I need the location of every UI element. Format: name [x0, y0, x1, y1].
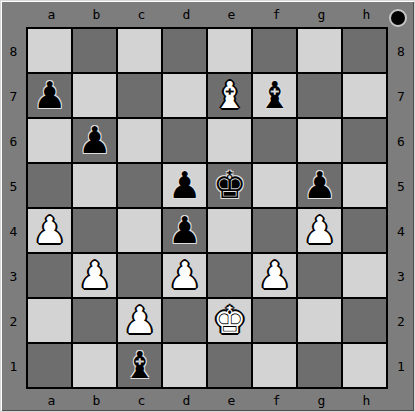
square-d2[interactable] [163, 299, 206, 342]
square-a4[interactable]: ♟ [28, 209, 71, 252]
square-h8[interactable] [343, 29, 386, 72]
piece-black-pawn[interactable]: ♟ [78, 119, 111, 162]
square-e8[interactable] [208, 29, 251, 72]
file-label-bottom-g: g [299, 394, 344, 407]
square-a7[interactable]: ♟ [28, 74, 71, 117]
square-e1[interactable] [208, 344, 251, 387]
square-d3[interactable]: ♟ [163, 254, 206, 297]
chess-diagram-window: abcdefgh 87654321 ♟♝♝♟♟♚♟♟♟♟♟♟♟♟♚♝ 87654… [0, 0, 415, 412]
black-to-move-indicator-icon [389, 9, 407, 27]
piece-black-bishop[interactable]: ♝ [258, 74, 291, 117]
square-c5[interactable] [118, 164, 161, 207]
piece-black-pawn[interactable]: ♟ [168, 164, 201, 207]
square-f6[interactable] [253, 119, 296, 162]
square-e5[interactable]: ♚ [208, 164, 251, 207]
square-c7[interactable] [118, 74, 161, 117]
rank-labels-left: 87654321 [1, 27, 26, 389]
square-g4[interactable]: ♟ [298, 209, 341, 252]
file-label-top-e: e [209, 8, 254, 21]
rank-label-left-1: 1 [1, 360, 26, 373]
file-labels-top: abcdefgh [29, 1, 414, 27]
piece-white-king[interactable]: ♚ [213, 299, 246, 342]
square-g2[interactable] [298, 299, 341, 342]
file-label-top-c: c [119, 8, 164, 21]
piece-black-king[interactable]: ♚ [213, 164, 246, 207]
square-g5[interactable]: ♟ [298, 164, 341, 207]
rank-label-left-8: 8 [1, 45, 26, 58]
piece-black-bishop[interactable]: ♝ [123, 344, 156, 387]
square-e3[interactable] [208, 254, 251, 297]
rank-label-right-6: 6 [388, 135, 414, 148]
file-label-bottom-b: b [74, 394, 119, 407]
file-label-top-g: g [299, 8, 344, 21]
square-h2[interactable] [343, 299, 386, 342]
rank-label-right-5: 5 [388, 180, 414, 193]
rank-label-right-7: 7 [388, 90, 414, 103]
square-e4[interactable] [208, 209, 251, 252]
rank-label-right-1: 1 [388, 360, 414, 373]
square-f4[interactable] [253, 209, 296, 252]
rank-label-left-5: 5 [1, 180, 26, 193]
square-d6[interactable] [163, 119, 206, 162]
square-f3[interactable]: ♟ [253, 254, 296, 297]
square-g6[interactable] [298, 119, 341, 162]
square-h3[interactable] [343, 254, 386, 297]
square-h7[interactable] [343, 74, 386, 117]
square-b2[interactable] [73, 299, 116, 342]
square-d4[interactable]: ♟ [163, 209, 206, 252]
piece-white-pawn[interactable]: ♟ [303, 209, 336, 252]
piece-black-pawn[interactable]: ♟ [33, 74, 66, 117]
square-c8[interactable] [118, 29, 161, 72]
piece-white-pawn[interactable]: ♟ [33, 209, 66, 252]
rank-label-right-4: 4 [388, 225, 414, 238]
file-labels-bottom: abcdefgh [29, 389, 414, 412]
square-c2[interactable]: ♟ [118, 299, 161, 342]
square-f8[interactable] [253, 29, 296, 72]
square-g3[interactable] [298, 254, 341, 297]
piece-black-pawn[interactable]: ♟ [303, 164, 336, 207]
file-label-top-d: d [164, 8, 209, 21]
piece-black-pawn[interactable]: ♟ [168, 209, 201, 252]
piece-white-pawn[interactable]: ♟ [258, 254, 291, 297]
square-g8[interactable] [298, 29, 341, 72]
file-label-bottom-d: d [164, 394, 209, 407]
square-f7[interactable]: ♝ [253, 74, 296, 117]
square-f5[interactable] [253, 164, 296, 207]
rank-labels-right: 87654321 [388, 27, 414, 389]
square-b1[interactable] [73, 344, 116, 387]
square-e6[interactable] [208, 119, 251, 162]
rank-label-left-3: 3 [1, 270, 26, 283]
rank-label-left-6: 6 [1, 135, 26, 148]
square-d8[interactable] [163, 29, 206, 72]
square-g7[interactable] [298, 74, 341, 117]
square-g1[interactable] [298, 344, 341, 387]
piece-white-pawn[interactable]: ♟ [78, 254, 111, 297]
square-h6[interactable] [343, 119, 386, 162]
file-label-bottom-c: c [119, 394, 164, 407]
square-d7[interactable] [163, 74, 206, 117]
square-b3[interactable]: ♟ [73, 254, 116, 297]
square-c3[interactable] [118, 254, 161, 297]
square-c1[interactable]: ♝ [118, 344, 161, 387]
square-a3[interactable] [28, 254, 71, 297]
rank-label-left-7: 7 [1, 90, 26, 103]
rank-label-left-4: 4 [1, 225, 26, 238]
piece-white-pawn[interactable]: ♟ [168, 254, 201, 297]
file-label-bottom-f: f [254, 394, 299, 407]
file-label-top-b: b [74, 8, 119, 21]
square-b6[interactable]: ♟ [73, 119, 116, 162]
square-d5[interactable]: ♟ [163, 164, 206, 207]
file-label-bottom-a: a [29, 394, 74, 407]
piece-white-pawn[interactable]: ♟ [123, 299, 156, 342]
rank-label-right-2: 2 [388, 315, 414, 328]
square-h1[interactable] [343, 344, 386, 387]
square-b5[interactable] [73, 164, 116, 207]
square-a5[interactable] [28, 164, 71, 207]
file-label-top-h: h [344, 8, 389, 21]
square-b4[interactable] [73, 209, 116, 252]
square-f1[interactable] [253, 344, 296, 387]
file-label-bottom-h: h [344, 394, 389, 407]
file-label-bottom-e: e [209, 394, 254, 407]
square-h5[interactable] [343, 164, 386, 207]
square-e2[interactable]: ♚ [208, 299, 251, 342]
rank-label-right-8: 8 [388, 45, 414, 58]
square-c6[interactable] [118, 119, 161, 162]
square-d1[interactable] [163, 344, 206, 387]
file-label-top-a: a [29, 8, 74, 21]
file-label-top-f: f [254, 8, 299, 21]
rank-label-left-2: 2 [1, 315, 26, 328]
square-a1[interactable] [28, 344, 71, 387]
square-c4[interactable] [118, 209, 161, 252]
square-a6[interactable] [28, 119, 71, 162]
square-e7[interactable]: ♝ [208, 74, 251, 117]
square-a2[interactable] [28, 299, 71, 342]
piece-white-bishop[interactable]: ♝ [213, 74, 246, 117]
chess-board: ♟♝♝♟♟♚♟♟♟♟♟♟♟♟♚♝ [26, 27, 388, 389]
square-a8[interactable] [28, 29, 71, 72]
square-h4[interactable] [343, 209, 386, 252]
rank-label-right-3: 3 [388, 270, 414, 283]
square-b8[interactable] [73, 29, 116, 72]
square-b7[interactable] [73, 74, 116, 117]
square-f2[interactable] [253, 299, 296, 342]
